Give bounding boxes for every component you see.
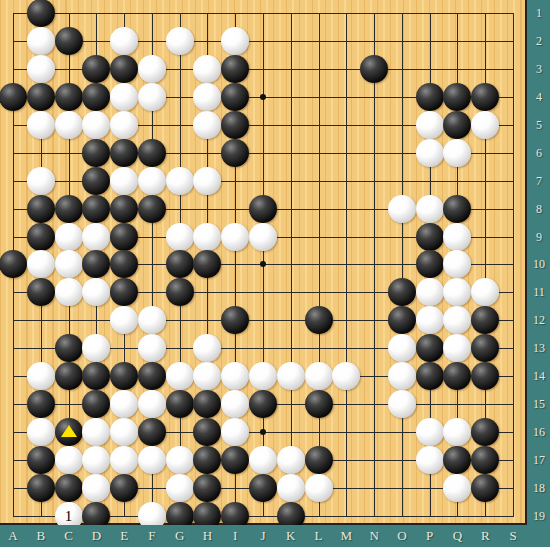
black-stone-C4[interactable]	[55, 83, 83, 111]
black-stone-P13[interactable]	[416, 334, 444, 362]
white-stone-Q16[interactable]	[443, 418, 471, 446]
white-stone-Q10[interactable]	[443, 250, 471, 278]
white-stone-H7[interactable]	[193, 167, 221, 195]
white-stone-E17[interactable]	[110, 446, 138, 474]
white-stone-D16[interactable]	[82, 418, 110, 446]
column-label-N: N	[369, 528, 378, 544]
black-stone-J8[interactable]	[249, 195, 277, 223]
white-stone-G9[interactable]	[166, 223, 194, 251]
white-stone-R11[interactable]	[471, 278, 499, 306]
white-stone-D18[interactable]	[82, 474, 110, 502]
white-stone-P17[interactable]	[416, 446, 444, 474]
column-label-O: O	[397, 528, 406, 544]
column-label-L: L	[315, 528, 323, 544]
white-stone-P5[interactable]	[416, 111, 444, 139]
white-stone-M14[interactable]	[332, 362, 360, 390]
row-label-6: 6	[536, 145, 542, 160]
black-stone-Q17[interactable]	[443, 446, 471, 474]
white-stone-F13[interactable]	[138, 334, 166, 362]
white-stone-C9[interactable]	[55, 223, 83, 251]
black-stone-R12[interactable]	[471, 306, 499, 334]
black-stone-P9[interactable]	[416, 223, 444, 251]
black-stone-D14[interactable]	[82, 362, 110, 390]
black-stone-B4[interactable]	[27, 83, 55, 111]
white-stone-H13[interactable]	[193, 334, 221, 362]
black-stone-F16[interactable]	[138, 418, 166, 446]
star-point	[260, 94, 266, 100]
white-stone-H3[interactable]	[193, 55, 221, 83]
white-stone-G14[interactable]	[166, 362, 194, 390]
white-stone-P12[interactable]	[416, 306, 444, 334]
white-stone-J17[interactable]	[249, 446, 277, 474]
white-stone-H9[interactable]	[193, 223, 221, 251]
black-stone-Q14[interactable]	[443, 362, 471, 390]
black-stone-P14[interactable]	[416, 362, 444, 390]
white-stone-H5[interactable]	[193, 111, 221, 139]
white-stone-P6[interactable]	[416, 139, 444, 167]
black-stone-I5[interactable]	[221, 111, 249, 139]
black-stone-R18[interactable]	[471, 474, 499, 502]
white-stone-I16[interactable]	[221, 418, 249, 446]
black-stone-H10[interactable]	[193, 250, 221, 278]
black-stone-C8[interactable]	[55, 195, 83, 223]
black-stone-I4[interactable]	[221, 83, 249, 111]
column-label-I: I	[233, 528, 237, 544]
column-label-C: C	[64, 528, 73, 544]
bottom-coordinate-strip: ABCDEFGHIJKLMNOPQRS	[0, 525, 527, 547]
column-label-D: D	[92, 528, 101, 544]
white-stone-Q9[interactable]	[443, 223, 471, 251]
white-stone-E15[interactable]	[110, 390, 138, 418]
white-stone-G18[interactable]	[166, 474, 194, 502]
white-stone-C11[interactable]	[55, 278, 83, 306]
white-stone-K17[interactable]	[277, 446, 305, 474]
white-stone-L18[interactable]	[305, 474, 333, 502]
column-label-P: P	[426, 528, 433, 544]
white-stone-F7[interactable]	[138, 167, 166, 195]
black-stone-J15[interactable]	[249, 390, 277, 418]
grid-line-vertical	[374, 13, 375, 517]
white-stone-E5[interactable]	[110, 111, 138, 139]
row-label-4: 4	[536, 89, 542, 104]
row-label-2: 2	[536, 33, 542, 48]
black-stone-Q5[interactable]	[443, 111, 471, 139]
black-stone-D8[interactable]	[82, 195, 110, 223]
black-stone-D15[interactable]	[82, 390, 110, 418]
row-label-8: 8	[536, 201, 542, 216]
black-stone-Q4[interactable]	[443, 83, 471, 111]
white-stone-B16[interactable]	[27, 418, 55, 446]
star-point	[260, 429, 266, 435]
white-stone-C17[interactable]	[55, 446, 83, 474]
row-label-9: 9	[536, 229, 542, 244]
white-stone-I9[interactable]	[221, 223, 249, 251]
black-stone-O11[interactable]	[388, 278, 416, 306]
white-stone-P16[interactable]	[416, 418, 444, 446]
black-stone-I17[interactable]	[221, 446, 249, 474]
black-stone-D3[interactable]	[82, 55, 110, 83]
black-stone-R13[interactable]	[471, 334, 499, 362]
white-stone-D9[interactable]	[82, 223, 110, 251]
white-stone-Q13[interactable]	[443, 334, 471, 362]
black-stone-R14[interactable]	[471, 362, 499, 390]
white-stone-E7[interactable]	[110, 167, 138, 195]
black-stone-E6[interactable]	[110, 139, 138, 167]
row-label-11: 11	[533, 285, 545, 300]
white-stone-I15[interactable]	[221, 390, 249, 418]
white-stone-B10[interactable]	[27, 250, 55, 278]
row-label-14: 14	[533, 369, 545, 384]
black-stone-G15[interactable]	[166, 390, 194, 418]
black-stone-H18[interactable]	[193, 474, 221, 502]
column-label-M: M	[341, 528, 353, 544]
black-stone-E8[interactable]	[110, 195, 138, 223]
white-stone-P8[interactable]	[416, 195, 444, 223]
white-stone-J9[interactable]	[249, 223, 277, 251]
right-coordinate-strip: 12345678910111213141516171819	[527, 0, 550, 547]
row-label-1: 1	[536, 6, 542, 21]
black-stone-Q8[interactable]	[443, 195, 471, 223]
white-stone-F3[interactable]	[138, 55, 166, 83]
white-stone-Q6[interactable]	[443, 139, 471, 167]
black-stone-B15[interactable]	[27, 390, 55, 418]
white-stone-G2[interactable]	[166, 27, 194, 55]
white-stone-O8[interactable]	[388, 195, 416, 223]
black-stone-H15[interactable]	[193, 390, 221, 418]
white-stone-Q12[interactable]	[443, 306, 471, 334]
black-stone-C13[interactable]	[55, 334, 83, 362]
black-stone-B18[interactable]	[27, 474, 55, 502]
column-label-K: K	[286, 528, 295, 544]
grid-line-vertical	[513, 13, 514, 517]
white-stone-D11[interactable]	[82, 278, 110, 306]
black-stone-P4[interactable]	[416, 83, 444, 111]
row-label-15: 15	[533, 397, 545, 412]
white-stone-B2[interactable]	[27, 27, 55, 55]
triangle-marker	[55, 418, 83, 446]
white-stone-H14[interactable]	[193, 362, 221, 390]
white-stone-B14[interactable]	[27, 362, 55, 390]
black-stone-E9[interactable]	[110, 223, 138, 251]
white-stone-Q11[interactable]	[443, 278, 471, 306]
black-stone-D7[interactable]	[82, 167, 110, 195]
black-stone-E18[interactable]	[110, 474, 138, 502]
black-stone-I3[interactable]	[221, 55, 249, 83]
black-stone-P10[interactable]	[416, 250, 444, 278]
black-stone-B8[interactable]	[27, 195, 55, 223]
white-stone-I2[interactable]	[221, 27, 249, 55]
white-stone-E12[interactable]	[110, 306, 138, 334]
column-label-R: R	[481, 528, 490, 544]
white-stone-G17[interactable]	[166, 446, 194, 474]
black-stone-D4[interactable]	[82, 83, 110, 111]
black-stone-H17[interactable]	[193, 446, 221, 474]
column-label-J: J	[260, 528, 265, 544]
grid-line-vertical	[346, 13, 347, 517]
white-stone-E16[interactable]	[110, 418, 138, 446]
white-stone-E4[interactable]	[110, 83, 138, 111]
black-stone-C2[interactable]	[55, 27, 83, 55]
white-stone-C10[interactable]	[55, 250, 83, 278]
star-point	[260, 261, 266, 267]
column-label-A: A	[8, 528, 17, 544]
black-stone-L12[interactable]	[305, 306, 333, 334]
grid-line-vertical	[402, 13, 403, 517]
black-stone-B9[interactable]	[27, 223, 55, 251]
column-label-S: S	[509, 528, 516, 544]
white-stone-B5[interactable]	[27, 111, 55, 139]
black-stone-I6[interactable]	[221, 139, 249, 167]
white-stone-P11[interactable]	[416, 278, 444, 306]
black-stone-D10[interactable]	[82, 250, 110, 278]
black-stone-R17[interactable]	[471, 446, 499, 474]
black-stone-D6[interactable]	[82, 139, 110, 167]
white-stone-E2[interactable]	[110, 27, 138, 55]
row-label-5: 5	[536, 117, 542, 132]
black-stone-L17[interactable]	[305, 446, 333, 474]
row-label-18: 18	[533, 480, 545, 495]
row-label-19: 19	[533, 508, 545, 523]
black-stone-O12[interactable]	[388, 306, 416, 334]
white-stone-F4[interactable]	[138, 83, 166, 111]
black-stone-E14[interactable]	[110, 362, 138, 390]
black-stone-R4[interactable]	[471, 83, 499, 111]
black-stone-L15[interactable]	[305, 390, 333, 418]
row-label-13: 13	[533, 341, 545, 356]
column-label-F: F	[148, 528, 155, 544]
white-stone-J14[interactable]	[249, 362, 277, 390]
white-stone-B7[interactable]	[27, 167, 55, 195]
black-stone-C14[interactable]	[55, 362, 83, 390]
row-label-3: 3	[536, 61, 542, 76]
black-stone-B17[interactable]	[27, 446, 55, 474]
row-label-7: 7	[536, 173, 542, 188]
white-stone-K14[interactable]	[277, 362, 305, 390]
black-stone-A4[interactable]	[0, 83, 27, 111]
black-stone-C18[interactable]	[55, 474, 83, 502]
black-stone-A10[interactable]	[0, 250, 27, 278]
white-stone-O14[interactable]	[388, 362, 416, 390]
black-stone-N3[interactable]	[360, 55, 388, 83]
black-stone-B1[interactable]	[27, 0, 55, 27]
triangle-icon	[61, 425, 77, 437]
go-game-window: 1 12345678910111213141516171819 ABCDEFGH…	[0, 0, 550, 547]
white-stone-I14[interactable]	[221, 362, 249, 390]
row-label-17: 17	[533, 453, 545, 468]
go-board[interactable]: 1	[0, 0, 527, 525]
white-stone-F12[interactable]	[138, 306, 166, 334]
black-stone-H16[interactable]	[193, 418, 221, 446]
white-stone-Q18[interactable]	[443, 474, 471, 502]
black-stone-E11[interactable]	[110, 278, 138, 306]
grid-line-vertical	[319, 13, 320, 517]
white-stone-L14[interactable]	[305, 362, 333, 390]
column-label-B: B	[36, 528, 45, 544]
black-stone-I12[interactable]	[221, 306, 249, 334]
white-stone-R5[interactable]	[471, 111, 499, 139]
black-stone-G10[interactable]	[166, 250, 194, 278]
row-label-10: 10	[533, 257, 545, 272]
white-stone-O13[interactable]	[388, 334, 416, 362]
black-stone-G11[interactable]	[166, 278, 194, 306]
grid-line-vertical	[291, 13, 292, 517]
black-stone-E3[interactable]	[110, 55, 138, 83]
row-label-16: 16	[533, 425, 545, 440]
white-stone-F17[interactable]	[138, 446, 166, 474]
black-stone-J18[interactable]	[249, 474, 277, 502]
black-stone-R16[interactable]	[471, 418, 499, 446]
white-stone-C5[interactable]	[55, 111, 83, 139]
white-stone-H4[interactable]	[193, 83, 221, 111]
white-stone-G7[interactable]	[166, 167, 194, 195]
white-stone-D13[interactable]	[82, 334, 110, 362]
column-label-E: E	[120, 528, 128, 544]
black-stone-B11[interactable]	[27, 278, 55, 306]
black-stone-F8[interactable]	[138, 195, 166, 223]
row-label-12: 12	[533, 313, 545, 328]
white-stone-D5[interactable]	[82, 111, 110, 139]
black-stone-F6[interactable]	[138, 139, 166, 167]
white-stone-B3[interactable]	[27, 55, 55, 83]
white-stone-O15[interactable]	[388, 390, 416, 418]
column-label-H: H	[203, 528, 212, 544]
white-stone-F15[interactable]	[138, 390, 166, 418]
black-stone-F14[interactable]	[138, 362, 166, 390]
white-stone-K18[interactable]	[277, 474, 305, 502]
black-stone-E10[interactable]	[110, 250, 138, 278]
column-label-Q: Q	[453, 528, 462, 544]
white-stone-D17[interactable]	[82, 446, 110, 474]
column-label-G: G	[175, 528, 184, 544]
